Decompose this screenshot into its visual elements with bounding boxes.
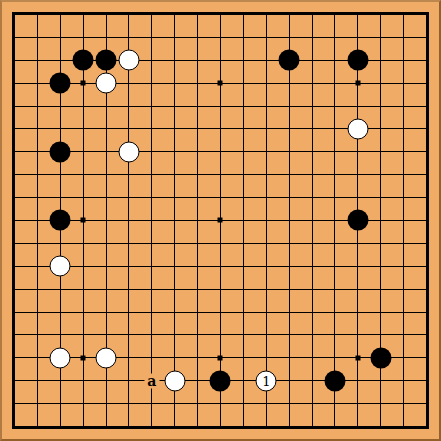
intersection-E5[interactable] [95,324,118,347]
intersection-B14[interactable] [26,117,49,140]
intersection-H9[interactable] [163,232,186,255]
intersection-H10[interactable] [163,209,186,232]
intersection-M15[interactable] [255,95,278,118]
intersection-D9[interactable] [72,232,95,255]
intersection-N1[interactable] [278,415,301,438]
intersection-P18[interactable] [324,26,347,49]
intersection-Q7[interactable] [346,278,369,301]
intersection-A4[interactable] [3,346,26,369]
intersection-N5[interactable] [278,324,301,347]
intersection-M17[interactable] [255,49,278,72]
intersection-C1[interactable] [49,415,72,438]
intersection-N4[interactable] [278,346,301,369]
intersection-C8[interactable] [49,255,72,278]
intersection-K4[interactable] [209,346,232,369]
intersection-G15[interactable] [140,95,163,118]
intersection-F6[interactable] [117,301,140,324]
intersection-N13[interactable] [278,140,301,163]
intersection-G7[interactable] [140,278,163,301]
intersection-Q5[interactable] [346,324,369,347]
intersection-H8[interactable] [163,255,186,278]
intersection-J13[interactable] [186,140,209,163]
intersection-F4[interactable] [117,346,140,369]
intersection-J8[interactable] [186,255,209,278]
intersection-G16[interactable] [140,72,163,95]
intersection-K13[interactable] [209,140,232,163]
intersection-Q15[interactable] [346,95,369,118]
intersection-O6[interactable] [301,301,324,324]
intersection-L17[interactable] [232,49,255,72]
intersection-O8[interactable] [301,255,324,278]
intersection-K14[interactable] [209,117,232,140]
intersection-T13[interactable] [415,140,438,163]
intersection-R7[interactable] [369,278,392,301]
intersection-A10[interactable] [3,209,26,232]
intersection-T18[interactable] [415,26,438,49]
intersection-A9[interactable] [3,232,26,255]
intersection-Q17[interactable] [346,49,369,72]
intersection-O18[interactable] [301,26,324,49]
intersection-N12[interactable] [278,163,301,186]
intersection-N8[interactable] [278,255,301,278]
intersection-H19[interactable] [163,3,186,26]
intersection-P17[interactable] [324,49,347,72]
intersection-K7[interactable] [209,278,232,301]
intersection-R2[interactable] [369,392,392,415]
intersection-D8[interactable] [72,255,95,278]
intersection-C15[interactable] [49,95,72,118]
intersection-F17[interactable] [117,49,140,72]
intersection-P4[interactable] [324,346,347,369]
intersection-M13[interactable] [255,140,278,163]
intersection-N11[interactable] [278,186,301,209]
intersection-L2[interactable] [232,392,255,415]
intersection-N7[interactable] [278,278,301,301]
intersection-T9[interactable] [415,232,438,255]
intersection-A14[interactable] [3,117,26,140]
intersection-F3[interactable] [117,369,140,392]
intersection-N19[interactable] [278,3,301,26]
intersection-H5[interactable] [163,324,186,347]
intersection-J3[interactable] [186,369,209,392]
intersection-J5[interactable] [186,324,209,347]
intersection-L18[interactable] [232,26,255,49]
intersection-G11[interactable] [140,186,163,209]
intersection-P14[interactable] [324,117,347,140]
intersection-P5[interactable] [324,324,347,347]
intersection-F15[interactable] [117,95,140,118]
intersection-F8[interactable] [117,255,140,278]
intersection-T5[interactable] [415,324,438,347]
intersection-E3[interactable] [95,369,118,392]
intersection-M5[interactable] [255,324,278,347]
intersection-B15[interactable] [26,95,49,118]
intersection-B11[interactable] [26,186,49,209]
intersection-K2[interactable] [209,392,232,415]
intersection-B1[interactable] [26,415,49,438]
intersection-K5[interactable] [209,324,232,347]
intersection-E17[interactable] [95,49,118,72]
intersection-E1[interactable] [95,415,118,438]
intersection-H15[interactable] [163,95,186,118]
intersection-B7[interactable] [26,278,49,301]
intersection-P8[interactable] [324,255,347,278]
intersection-L10[interactable] [232,209,255,232]
intersection-G18[interactable] [140,26,163,49]
intersection-P13[interactable] [324,140,347,163]
intersection-T1[interactable] [415,415,438,438]
intersection-T8[interactable] [415,255,438,278]
intersection-L12[interactable] [232,163,255,186]
intersection-B13[interactable] [26,140,49,163]
intersection-M1[interactable] [255,415,278,438]
intersection-A7[interactable] [3,278,26,301]
intersection-E9[interactable] [95,232,118,255]
intersection-S16[interactable] [392,72,415,95]
intersection-B6[interactable] [26,301,49,324]
intersection-Q13[interactable] [346,140,369,163]
intersection-E11[interactable] [95,186,118,209]
intersection-O4[interactable] [301,346,324,369]
intersection-B3[interactable] [26,369,49,392]
intersection-R10[interactable] [369,209,392,232]
intersection-R14[interactable] [369,117,392,140]
intersection-M7[interactable] [255,278,278,301]
intersection-B8[interactable] [26,255,49,278]
intersection-R1[interactable] [369,415,392,438]
intersection-O7[interactable] [301,278,324,301]
intersection-Q2[interactable] [346,392,369,415]
intersection-C5[interactable] [49,324,72,347]
intersection-P19[interactable] [324,3,347,26]
intersection-D18[interactable] [72,26,95,49]
intersection-P2[interactable] [324,392,347,415]
intersection-M11[interactable] [255,186,278,209]
intersection-F16[interactable] [117,72,140,95]
intersection-K18[interactable] [209,26,232,49]
intersection-K19[interactable] [209,3,232,26]
intersection-D7[interactable] [72,278,95,301]
intersection-H17[interactable] [163,49,186,72]
intersection-A17[interactable] [3,49,26,72]
intersection-F13[interactable] [117,140,140,163]
intersection-C9[interactable] [49,232,72,255]
intersection-E16[interactable] [95,72,118,95]
intersection-A12[interactable] [3,163,26,186]
intersection-Q6[interactable] [346,301,369,324]
intersection-F7[interactable] [117,278,140,301]
intersection-S4[interactable] [392,346,415,369]
intersection-C18[interactable] [49,26,72,49]
intersection-F12[interactable] [117,163,140,186]
intersection-A8[interactable] [3,255,26,278]
intersection-D5[interactable] [72,324,95,347]
intersection-K9[interactable] [209,232,232,255]
intersection-M8[interactable] [255,255,278,278]
intersection-D17[interactable] [72,49,95,72]
intersection-Q8[interactable] [346,255,369,278]
intersection-M4[interactable] [255,346,278,369]
intersection-T16[interactable] [415,72,438,95]
intersection-A6[interactable] [3,301,26,324]
intersection-K12[interactable] [209,163,232,186]
intersection-D16[interactable] [72,72,95,95]
intersection-J17[interactable] [186,49,209,72]
intersection-E10[interactable] [95,209,118,232]
intersection-C2[interactable] [49,392,72,415]
intersection-Q16[interactable] [346,72,369,95]
intersection-B10[interactable] [26,209,49,232]
intersection-H13[interactable] [163,140,186,163]
intersection-Q14[interactable] [346,117,369,140]
intersection-G13[interactable] [140,140,163,163]
intersection-Q19[interactable] [346,3,369,26]
intersection-T19[interactable] [415,3,438,26]
intersection-D11[interactable] [72,186,95,209]
intersection-H16[interactable] [163,72,186,95]
intersection-A15[interactable] [3,95,26,118]
intersection-L3[interactable] [232,369,255,392]
intersection-E7[interactable] [95,278,118,301]
intersection-K16[interactable] [209,72,232,95]
intersection-E2[interactable] [95,392,118,415]
intersection-C12[interactable] [49,163,72,186]
intersection-A3[interactable] [3,369,26,392]
intersection-M16[interactable] [255,72,278,95]
intersection-P11[interactable] [324,186,347,209]
intersection-R19[interactable] [369,3,392,26]
intersection-J14[interactable] [186,117,209,140]
intersection-L6[interactable] [232,301,255,324]
intersection-H2[interactable] [163,392,186,415]
intersection-S15[interactable] [392,95,415,118]
intersection-L11[interactable] [232,186,255,209]
intersection-R15[interactable] [369,95,392,118]
intersection-C19[interactable] [49,3,72,26]
intersection-D12[interactable] [72,163,95,186]
intersection-L13[interactable] [232,140,255,163]
intersection-A2[interactable] [3,392,26,415]
intersection-P16[interactable] [324,72,347,95]
intersection-D1[interactable] [72,415,95,438]
intersection-D13[interactable] [72,140,95,163]
intersection-G5[interactable] [140,324,163,347]
intersection-H1[interactable] [163,415,186,438]
intersection-C17[interactable] [49,49,72,72]
intersection-P1[interactable] [324,415,347,438]
intersection-E6[interactable] [95,301,118,324]
intersection-D15[interactable] [72,95,95,118]
intersection-T11[interactable] [415,186,438,209]
intersection-N17[interactable] [278,49,301,72]
intersection-C14[interactable] [49,117,72,140]
intersection-P15[interactable] [324,95,347,118]
intersection-S12[interactable] [392,163,415,186]
intersection-S1[interactable] [392,415,415,438]
intersection-R4[interactable] [369,346,392,369]
intersection-T3[interactable] [415,369,438,392]
intersection-O1[interactable] [301,415,324,438]
intersection-T6[interactable] [415,301,438,324]
intersection-M19[interactable] [255,3,278,26]
intersection-N14[interactable] [278,117,301,140]
intersection-P12[interactable] [324,163,347,186]
intersection-E15[interactable] [95,95,118,118]
intersection-G8[interactable] [140,255,163,278]
intersection-A18[interactable] [3,26,26,49]
intersection-D3[interactable] [72,369,95,392]
intersection-F2[interactable] [117,392,140,415]
intersection-J1[interactable] [186,415,209,438]
intersection-G10[interactable] [140,209,163,232]
intersection-A19[interactable] [3,3,26,26]
intersection-A5[interactable] [3,324,26,347]
intersection-G2[interactable] [140,392,163,415]
intersection-H12[interactable] [163,163,186,186]
intersection-E19[interactable] [95,3,118,26]
intersection-Q4[interactable] [346,346,369,369]
intersection-N18[interactable] [278,26,301,49]
intersection-O3[interactable] [301,369,324,392]
intersection-O19[interactable] [301,3,324,26]
intersection-N2[interactable] [278,392,301,415]
intersection-L16[interactable] [232,72,255,95]
intersection-L5[interactable] [232,324,255,347]
intersection-M10[interactable] [255,209,278,232]
intersection-M12[interactable] [255,163,278,186]
intersection-G3[interactable]: a [140,369,163,392]
intersection-J18[interactable] [186,26,209,49]
intersection-E4[interactable] [95,346,118,369]
intersection-L8[interactable] [232,255,255,278]
intersection-M18[interactable] [255,26,278,49]
intersection-J7[interactable] [186,278,209,301]
intersection-H11[interactable] [163,186,186,209]
intersection-H6[interactable] [163,301,186,324]
intersection-F10[interactable] [117,209,140,232]
intersection-S5[interactable] [392,324,415,347]
intersection-N16[interactable] [278,72,301,95]
intersection-S18[interactable] [392,26,415,49]
intersection-B19[interactable] [26,3,49,26]
intersection-O5[interactable] [301,324,324,347]
intersection-C16[interactable] [49,72,72,95]
intersection-K8[interactable] [209,255,232,278]
intersection-P6[interactable] [324,301,347,324]
intersection-L7[interactable] [232,278,255,301]
intersection-C13[interactable] [49,140,72,163]
intersection-D10[interactable] [72,209,95,232]
intersection-J15[interactable] [186,95,209,118]
intersection-R17[interactable] [369,49,392,72]
intersection-Q9[interactable] [346,232,369,255]
intersection-T7[interactable] [415,278,438,301]
intersection-S19[interactable] [392,3,415,26]
intersection-G17[interactable] [140,49,163,72]
intersection-B18[interactable] [26,26,49,49]
intersection-M2[interactable] [255,392,278,415]
intersection-R13[interactable] [369,140,392,163]
intersection-S9[interactable] [392,232,415,255]
intersection-C4[interactable] [49,346,72,369]
intersection-S8[interactable] [392,255,415,278]
intersection-J19[interactable] [186,3,209,26]
intersection-S17[interactable] [392,49,415,72]
intersection-S7[interactable] [392,278,415,301]
intersection-K11[interactable] [209,186,232,209]
intersection-B5[interactable] [26,324,49,347]
intersection-G1[interactable] [140,415,163,438]
intersection-S10[interactable] [392,209,415,232]
intersection-H4[interactable] [163,346,186,369]
intersection-E18[interactable] [95,26,118,49]
intersection-G4[interactable] [140,346,163,369]
intersection-J2[interactable] [186,392,209,415]
intersection-R9[interactable] [369,232,392,255]
intersection-G14[interactable] [140,117,163,140]
intersection-G9[interactable] [140,232,163,255]
intersection-O2[interactable] [301,392,324,415]
intersection-J16[interactable] [186,72,209,95]
intersection-G19[interactable] [140,3,163,26]
intersection-H14[interactable] [163,117,186,140]
intersection-O16[interactable] [301,72,324,95]
intersection-L19[interactable] [232,3,255,26]
intersection-S3[interactable] [392,369,415,392]
intersection-T2[interactable] [415,392,438,415]
intersection-E14[interactable] [95,117,118,140]
intersection-Q18[interactable] [346,26,369,49]
intersection-L9[interactable] [232,232,255,255]
intersection-T15[interactable] [415,95,438,118]
intersection-J4[interactable] [186,346,209,369]
intersection-T10[interactable] [415,209,438,232]
intersection-M6[interactable] [255,301,278,324]
intersection-J10[interactable] [186,209,209,232]
intersection-L14[interactable] [232,117,255,140]
intersection-D6[interactable] [72,301,95,324]
intersection-R11[interactable] [369,186,392,209]
intersection-P7[interactable] [324,278,347,301]
intersection-R16[interactable] [369,72,392,95]
intersection-H3[interactable] [163,369,186,392]
intersection-K17[interactable] [209,49,232,72]
intersection-F18[interactable] [117,26,140,49]
intersection-O12[interactable] [301,163,324,186]
intersection-B16[interactable] [26,72,49,95]
intersection-E12[interactable] [95,163,118,186]
intersection-A11[interactable] [3,186,26,209]
intersection-B9[interactable] [26,232,49,255]
intersection-P3[interactable] [324,369,347,392]
intersection-B4[interactable] [26,346,49,369]
intersection-M14[interactable] [255,117,278,140]
intersection-C3[interactable] [49,369,72,392]
intersection-P10[interactable] [324,209,347,232]
intersection-F1[interactable] [117,415,140,438]
intersection-R5[interactable] [369,324,392,347]
intersection-S2[interactable] [392,392,415,415]
intersection-R3[interactable] [369,369,392,392]
intersection-S11[interactable] [392,186,415,209]
intersection-O10[interactable] [301,209,324,232]
intersection-H18[interactable] [163,26,186,49]
intersection-K10[interactable] [209,209,232,232]
intersection-K1[interactable] [209,415,232,438]
intersection-O9[interactable] [301,232,324,255]
intersection-R8[interactable] [369,255,392,278]
intersection-O15[interactable] [301,95,324,118]
